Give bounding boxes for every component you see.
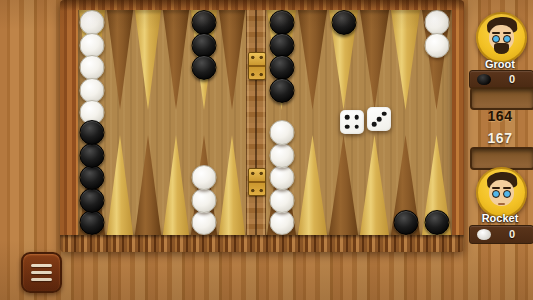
point-17[interactable] — [190, 10, 218, 110]
point-triangle — [162, 10, 190, 110]
point-7[interactable] — [218, 135, 246, 235]
point-triangle — [359, 135, 390, 235]
black-checker-icon — [477, 74, 491, 85]
avatar-beard — [494, 43, 510, 54]
checker-black[interactable] — [269, 33, 294, 58]
point-19[interactable] — [266, 10, 297, 110]
die-pip — [382, 111, 387, 116]
checker-white[interactable] — [80, 55, 105, 80]
point-22[interactable] — [359, 10, 390, 110]
checker-black[interactable] — [80, 120, 105, 145]
point-4[interactable] — [328, 135, 359, 235]
point-triangle — [162, 135, 190, 235]
pip-count-groot: 164 — [464, 108, 533, 124]
checker-black[interactable] — [424, 210, 449, 235]
quadrant-bottom-left — [78, 135, 246, 235]
player-name-groot: Groot — [462, 58, 533, 70]
hamburger-icon — [31, 271, 52, 275]
hamburger-icon — [31, 264, 52, 268]
avatar-groot — [476, 12, 527, 63]
checker-black[interactable] — [192, 33, 217, 58]
checker-white[interactable] — [269, 188, 294, 213]
point-18[interactable] — [218, 10, 246, 110]
checker-black[interactable] — [192, 10, 217, 35]
checker-black[interactable] — [269, 10, 294, 35]
checker-white[interactable] — [269, 120, 294, 145]
checker-white[interactable] — [80, 10, 105, 35]
avatar-brow — [503, 32, 511, 34]
die-2[interactable] — [367, 107, 391, 131]
score-rocket: 0 — [500, 226, 524, 243]
checker-black[interactable] — [192, 55, 217, 80]
point-13[interactable] — [78, 10, 106, 110]
hamburger-icon — [31, 278, 52, 282]
avatar-eye — [492, 190, 500, 198]
point-16[interactable] — [162, 10, 190, 110]
checker-black[interactable] — [80, 165, 105, 190]
checker-black[interactable] — [393, 210, 418, 235]
board-field — [78, 10, 452, 235]
die-pip — [355, 125, 360, 130]
point-15[interactable] — [134, 10, 162, 110]
point-8[interactable] — [190, 135, 218, 235]
checker-black[interactable] — [269, 55, 294, 80]
quadrant-bottom-right — [266, 135, 452, 235]
avatar-mouth — [498, 203, 506, 205]
point-23[interactable] — [390, 10, 421, 110]
point-1[interactable] — [421, 135, 452, 235]
point-triangle — [297, 10, 328, 110]
point-3[interactable] — [359, 135, 390, 235]
checker-white[interactable] — [269, 143, 294, 168]
point-triangle — [106, 135, 134, 235]
die-pip — [345, 125, 350, 130]
point-5[interactable] — [297, 135, 328, 235]
point-triangle — [297, 135, 328, 235]
checker-white[interactable] — [80, 33, 105, 58]
die-pip — [355, 115, 360, 120]
checker-white[interactable] — [80, 78, 105, 103]
checker-white[interactable] — [269, 165, 294, 190]
die-pip — [377, 117, 382, 122]
die-1[interactable] — [340, 110, 364, 134]
point-triangle — [390, 10, 421, 110]
point-10[interactable] — [134, 135, 162, 235]
point-6[interactable] — [266, 135, 297, 235]
score-row-rocket: 0 — [469, 225, 533, 244]
hinge-icon — [248, 52, 266, 80]
quadrant-top-left — [78, 10, 246, 110]
checker-white[interactable] — [424, 33, 449, 58]
checker-white[interactable] — [192, 188, 217, 213]
point-11[interactable] — [106, 135, 134, 235]
avatar-brow — [492, 32, 500, 34]
point-triangle — [359, 10, 390, 110]
point-triangle — [106, 10, 134, 110]
point-triangle — [328, 135, 359, 235]
checker-white[interactable] — [424, 10, 449, 35]
checker-black[interactable] — [80, 143, 105, 168]
menu-button[interactable] — [21, 252, 62, 293]
point-20[interactable] — [297, 10, 328, 110]
white-checker-icon — [477, 229, 491, 240]
point-2[interactable] — [390, 135, 421, 235]
avatar-rocket — [476, 167, 527, 218]
point-14[interactable] — [106, 10, 134, 110]
avatar-brow — [503, 187, 511, 189]
checker-black[interactable] — [80, 210, 105, 235]
backgammon-board — [60, 0, 464, 252]
point-21[interactable] — [328, 10, 359, 110]
score-groot: 0 — [500, 71, 524, 88]
bearoff-tray-groot[interactable] — [470, 87, 533, 110]
board-bottom-edge — [60, 235, 464, 252]
point-triangle — [218, 10, 246, 110]
avatar-eye — [492, 35, 500, 43]
checker-white[interactable] — [192, 210, 217, 235]
player-name-rocket: Rocket — [462, 212, 533, 224]
die-pip — [345, 115, 350, 120]
checker-white[interactable] — [192, 165, 217, 190]
quadrant-top-right — [266, 10, 452, 110]
point-triangle — [134, 135, 162, 235]
die-pip — [372, 122, 377, 127]
checker-black[interactable] — [331, 10, 356, 35]
avatar-brow — [492, 187, 500, 189]
checker-black[interactable] — [80, 188, 105, 213]
point-triangle — [134, 10, 162, 110]
center-bar — [246, 10, 266, 235]
point-12[interactable] — [78, 135, 106, 235]
checker-white[interactable] — [269, 210, 294, 235]
point-9[interactable] — [162, 135, 190, 235]
hinge-icon — [248, 168, 266, 196]
pip-count-rocket: 167 — [464, 130, 533, 146]
checker-black[interactable] — [269, 78, 294, 103]
point-triangle — [218, 135, 246, 235]
game-screen: Groot 0 164 167 Rocket 0 — [0, 0, 533, 300]
point-24[interactable] — [421, 10, 452, 110]
